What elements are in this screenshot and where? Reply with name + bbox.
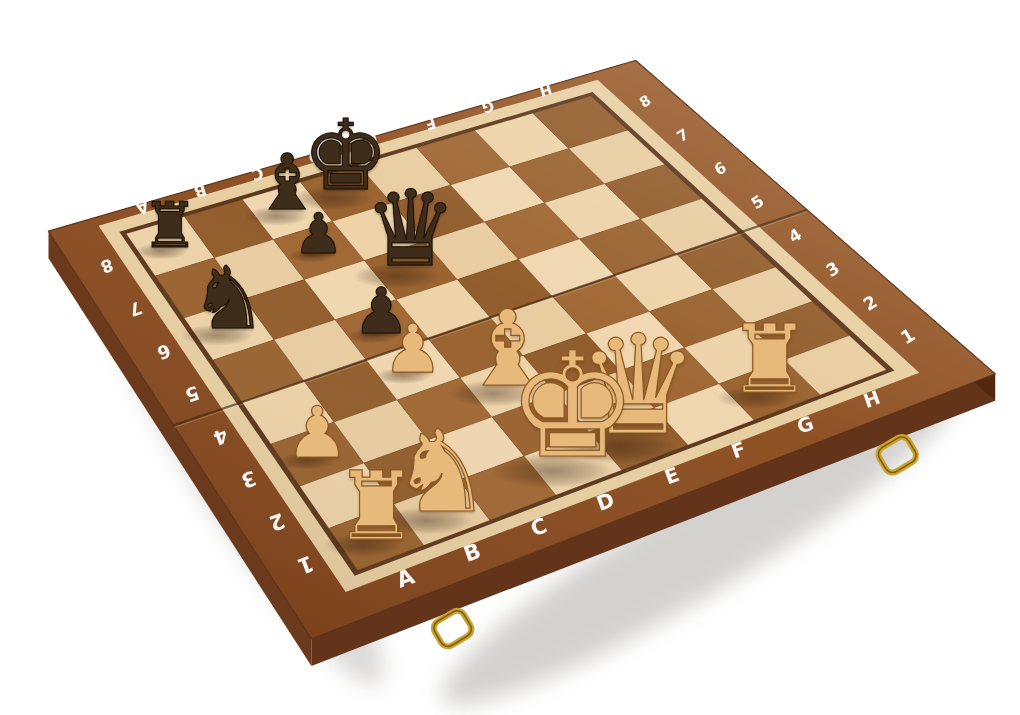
board-svg: AA88BB77CC66DD55EE44FF33GG22HH11: [0, 0, 1020, 715]
chess-board-photo: AA88BB77CC66DD55EE44FF33GG22HH11 ♚♝♜♟♛♞♟…: [0, 0, 1020, 715]
